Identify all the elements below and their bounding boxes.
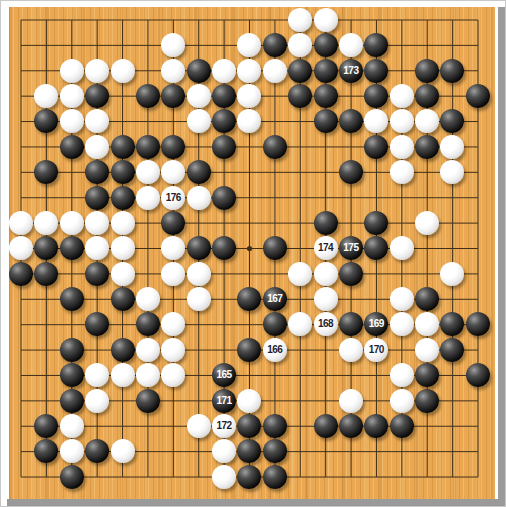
board-point[interactable] <box>313 109 338 134</box>
board-point[interactable]: 173 <box>338 58 363 83</box>
white-stone[interactable] <box>237 84 261 108</box>
black-stone[interactable] <box>466 84 490 108</box>
white-stone[interactable] <box>440 135 464 159</box>
black-stone[interactable] <box>34 439 58 463</box>
white-stone[interactable] <box>288 33 312 57</box>
white-stone[interactable] <box>111 262 135 286</box>
white-stone[interactable] <box>187 287 211 311</box>
black-stone[interactable] <box>60 389 84 413</box>
black-stone[interactable] <box>263 236 287 260</box>
board-point[interactable] <box>237 439 262 464</box>
black-stone[interactable] <box>440 312 464 336</box>
board-point[interactable] <box>211 185 236 210</box>
black-stone[interactable]: 173 <box>339 59 363 83</box>
board-point[interactable] <box>186 413 211 438</box>
white-stone[interactable] <box>161 59 185 83</box>
white-stone[interactable] <box>136 160 160 184</box>
white-stone[interactable] <box>187 109 211 133</box>
white-stone[interactable] <box>111 211 135 235</box>
board-point[interactable] <box>440 134 465 159</box>
white-stone[interactable] <box>85 389 109 413</box>
black-stone[interactable] <box>111 186 135 210</box>
board-point[interactable] <box>237 337 262 362</box>
black-stone[interactable] <box>85 160 109 184</box>
white-stone[interactable] <box>136 338 160 362</box>
board-point[interactable] <box>338 109 363 134</box>
black-stone[interactable] <box>237 414 261 438</box>
board-point[interactable] <box>84 312 109 337</box>
board-point[interactable] <box>186 261 211 286</box>
board-point[interactable] <box>59 58 84 83</box>
white-stone[interactable] <box>339 338 363 362</box>
black-stone[interactable] <box>288 59 312 83</box>
black-stone[interactable] <box>415 363 439 387</box>
white-stone[interactable] <box>60 84 84 108</box>
board-point[interactable] <box>84 83 109 108</box>
board-point[interactable] <box>287 312 312 337</box>
board-point[interactable]: 167 <box>262 286 287 311</box>
board-point[interactable] <box>338 413 363 438</box>
white-stone[interactable] <box>390 287 414 311</box>
board-point[interactable] <box>237 33 262 58</box>
white-stone[interactable] <box>212 59 236 83</box>
white-stone[interactable]: 176 <box>161 186 185 210</box>
board-point[interactable]: 174 <box>313 236 338 261</box>
white-stone[interactable] <box>34 84 58 108</box>
white-stone[interactable] <box>161 236 185 260</box>
board-point[interactable] <box>287 7 312 32</box>
board-point[interactable] <box>313 7 338 32</box>
white-stone[interactable] <box>85 135 109 159</box>
board-point[interactable] <box>287 58 312 83</box>
black-stone[interactable] <box>415 84 439 108</box>
board-point[interactable] <box>34 83 59 108</box>
board-point[interactable] <box>313 58 338 83</box>
black-stone[interactable] <box>85 439 109 463</box>
board-point[interactable] <box>287 33 312 58</box>
black-stone[interactable] <box>314 59 338 83</box>
board-point[interactable] <box>389 312 414 337</box>
white-stone[interactable] <box>111 363 135 387</box>
board-point[interactable] <box>110 261 135 286</box>
board-point[interactable] <box>135 286 160 311</box>
black-stone[interactable] <box>85 186 109 210</box>
board-point[interactable] <box>211 439 236 464</box>
black-stone[interactable] <box>60 287 84 311</box>
board-point[interactable] <box>237 388 262 413</box>
black-stone[interactable] <box>339 160 363 184</box>
board-point[interactable] <box>186 160 211 185</box>
board-point[interactable] <box>364 236 389 261</box>
black-stone[interactable] <box>187 160 211 184</box>
board-point[interactable] <box>211 464 236 489</box>
black-stone[interactable] <box>237 465 261 489</box>
board-point[interactable] <box>364 109 389 134</box>
white-stone[interactable] <box>60 414 84 438</box>
board-grid[interactable]: 173176174175167168169166170165171172 <box>8 7 490 489</box>
black-stone[interactable] <box>237 338 261 362</box>
board-point[interactable] <box>313 83 338 108</box>
black-stone[interactable] <box>364 59 388 83</box>
board-point[interactable] <box>262 413 287 438</box>
black-stone[interactable] <box>237 287 261 311</box>
white-stone[interactable] <box>314 287 338 311</box>
board-point[interactable] <box>389 413 414 438</box>
board-point[interactable] <box>287 261 312 286</box>
board-point[interactable] <box>338 337 363 362</box>
black-stone[interactable] <box>60 465 84 489</box>
board-point[interactable] <box>84 363 109 388</box>
board-point[interactable] <box>440 160 465 185</box>
black-stone[interactable] <box>314 33 338 57</box>
board-point[interactable]: 170 <box>364 337 389 362</box>
white-stone[interactable] <box>440 160 464 184</box>
black-stone[interactable] <box>364 84 388 108</box>
board-point[interactable] <box>414 312 439 337</box>
white-stone[interactable] <box>339 33 363 57</box>
board-point[interactable] <box>110 210 135 235</box>
board-point[interactable] <box>161 337 186 362</box>
white-stone[interactable] <box>288 312 312 336</box>
white-stone[interactable] <box>60 59 84 83</box>
white-stone[interactable]: 166 <box>263 338 287 362</box>
white-stone[interactable] <box>85 363 109 387</box>
black-stone[interactable] <box>440 109 464 133</box>
board-point[interactable] <box>161 261 186 286</box>
board-point[interactable] <box>414 58 439 83</box>
board-point[interactable] <box>237 464 262 489</box>
board-point[interactable] <box>161 312 186 337</box>
board-point[interactable] <box>84 109 109 134</box>
board-point[interactable] <box>465 363 490 388</box>
board-point[interactable] <box>262 236 287 261</box>
black-stone[interactable]: 165 <box>212 363 236 387</box>
black-stone[interactable]: 171 <box>212 389 236 413</box>
white-stone[interactable] <box>212 465 236 489</box>
board-point[interactable] <box>237 286 262 311</box>
black-stone[interactable] <box>314 109 338 133</box>
black-stone[interactable] <box>314 84 338 108</box>
white-stone[interactable] <box>415 312 439 336</box>
white-stone[interactable] <box>9 236 33 260</box>
board-point[interactable] <box>84 236 109 261</box>
board-point[interactable] <box>287 83 312 108</box>
black-stone[interactable] <box>85 84 109 108</box>
black-stone[interactable] <box>314 211 338 235</box>
board-point[interactable] <box>59 286 84 311</box>
board-point[interactable] <box>135 134 160 159</box>
board-point[interactable] <box>389 388 414 413</box>
board-point[interactable] <box>186 185 211 210</box>
board-point[interactable]: 166 <box>262 337 287 362</box>
black-stone[interactable] <box>212 135 236 159</box>
black-stone[interactable] <box>390 414 414 438</box>
board-point[interactable] <box>59 134 84 159</box>
white-stone[interactable] <box>111 236 135 260</box>
board-point[interactable]: 175 <box>338 236 363 261</box>
black-stone[interactable] <box>339 109 363 133</box>
board-point[interactable] <box>34 413 59 438</box>
board-point[interactable] <box>8 236 33 261</box>
white-stone[interactable] <box>390 84 414 108</box>
board-point[interactable] <box>262 33 287 58</box>
board-point[interactable] <box>135 160 160 185</box>
board-point[interactable]: 172 <box>211 413 236 438</box>
board-point[interactable] <box>364 413 389 438</box>
board-point[interactable] <box>161 210 186 235</box>
board-point[interactable] <box>186 286 211 311</box>
board-point[interactable] <box>440 312 465 337</box>
board-point[interactable] <box>338 388 363 413</box>
board-point[interactable] <box>161 33 186 58</box>
black-stone[interactable] <box>136 389 160 413</box>
black-stone[interactable] <box>364 414 388 438</box>
white-stone[interactable] <box>136 287 160 311</box>
board-point[interactable] <box>465 312 490 337</box>
board-point[interactable] <box>262 464 287 489</box>
black-stone[interactable] <box>9 262 33 286</box>
board-point[interactable] <box>313 413 338 438</box>
board-point[interactable] <box>84 185 109 210</box>
board-point[interactable] <box>414 210 439 235</box>
board-point[interactable] <box>186 83 211 108</box>
white-stone[interactable] <box>161 338 185 362</box>
black-stone[interactable] <box>34 262 58 286</box>
board-point[interactable] <box>110 439 135 464</box>
board-point[interactable] <box>186 236 211 261</box>
board-point[interactable] <box>34 109 59 134</box>
black-stone[interactable] <box>212 84 236 108</box>
board-point[interactable] <box>110 160 135 185</box>
board-point[interactable]: 176 <box>161 185 186 210</box>
board-point[interactable] <box>414 286 439 311</box>
white-stone[interactable] <box>187 186 211 210</box>
board-point[interactable] <box>84 261 109 286</box>
board-point[interactable] <box>338 261 363 286</box>
board-point[interactable] <box>364 83 389 108</box>
black-stone[interactable]: 175 <box>339 236 363 260</box>
board-point[interactable] <box>389 83 414 108</box>
board-point[interactable]: 168 <box>313 312 338 337</box>
black-stone[interactable] <box>364 33 388 57</box>
white-stone[interactable] <box>187 414 211 438</box>
black-stone[interactable] <box>161 135 185 159</box>
board-point[interactable] <box>364 58 389 83</box>
black-stone[interactable] <box>212 109 236 133</box>
board-point[interactable] <box>59 464 84 489</box>
board-point[interactable] <box>59 439 84 464</box>
white-stone[interactable] <box>187 84 211 108</box>
board-point[interactable] <box>34 261 59 286</box>
white-stone[interactable] <box>136 363 160 387</box>
black-stone[interactable] <box>85 312 109 336</box>
white-stone[interactable] <box>415 338 439 362</box>
board-point[interactable] <box>389 160 414 185</box>
white-stone[interactable] <box>288 262 312 286</box>
board-point[interactable] <box>211 109 236 134</box>
white-stone[interactable]: 170 <box>364 338 388 362</box>
white-stone[interactable] <box>237 389 261 413</box>
board-point[interactable] <box>186 58 211 83</box>
board-point[interactable] <box>389 109 414 134</box>
board-point[interactable] <box>34 236 59 261</box>
board-point[interactable] <box>389 134 414 159</box>
board-point[interactable] <box>364 210 389 235</box>
white-stone[interactable] <box>212 439 236 463</box>
board-point[interactable] <box>414 363 439 388</box>
black-stone[interactable] <box>339 312 363 336</box>
black-stone[interactable] <box>364 135 388 159</box>
white-stone[interactable] <box>390 109 414 133</box>
board-point[interactable] <box>84 134 109 159</box>
board-point[interactable] <box>34 439 59 464</box>
board-point[interactable] <box>110 185 135 210</box>
board-point[interactable] <box>440 109 465 134</box>
board-point[interactable] <box>186 109 211 134</box>
white-stone[interactable] <box>415 109 439 133</box>
board-point[interactable] <box>110 58 135 83</box>
black-stone[interactable] <box>34 109 58 133</box>
board-point[interactable] <box>313 210 338 235</box>
white-stone[interactable] <box>237 59 261 83</box>
white-stone[interactable] <box>161 160 185 184</box>
board-point[interactable] <box>110 134 135 159</box>
white-stone[interactable] <box>390 236 414 260</box>
board-point[interactable] <box>59 413 84 438</box>
black-stone[interactable] <box>136 84 160 108</box>
board-point[interactable] <box>440 261 465 286</box>
board-point[interactable] <box>237 83 262 108</box>
black-stone[interactable] <box>212 186 236 210</box>
board-point[interactable] <box>135 185 160 210</box>
white-stone[interactable] <box>314 8 338 32</box>
board-point[interactable] <box>84 210 109 235</box>
white-stone[interactable] <box>263 59 287 83</box>
white-stone[interactable] <box>390 363 414 387</box>
black-stone[interactable] <box>60 363 84 387</box>
white-stone[interactable] <box>161 262 185 286</box>
board-point[interactable] <box>414 134 439 159</box>
white-stone[interactable]: 174 <box>314 236 338 260</box>
white-stone[interactable] <box>237 109 261 133</box>
black-stone[interactable] <box>136 135 160 159</box>
white-stone[interactable] <box>440 262 464 286</box>
board-point[interactable] <box>211 83 236 108</box>
black-stone[interactable] <box>111 135 135 159</box>
black-stone[interactable] <box>339 414 363 438</box>
board-point[interactable] <box>8 210 33 235</box>
board-point[interactable] <box>313 261 338 286</box>
board-point[interactable] <box>135 83 160 108</box>
go-board[interactable]: 173176174175167168169166170165171172 <box>9 7 495 499</box>
board-point[interactable] <box>161 363 186 388</box>
white-stone[interactable] <box>364 109 388 133</box>
board-point[interactable] <box>389 363 414 388</box>
white-stone[interactable] <box>136 186 160 210</box>
board-point[interactable] <box>161 134 186 159</box>
black-stone[interactable] <box>314 414 338 438</box>
white-stone[interactable] <box>60 439 84 463</box>
board-point[interactable] <box>414 388 439 413</box>
white-stone[interactable] <box>390 389 414 413</box>
board-point[interactable] <box>414 337 439 362</box>
black-stone[interactable]: 167 <box>263 287 287 311</box>
board-point[interactable] <box>237 109 262 134</box>
board-point[interactable] <box>161 58 186 83</box>
black-stone[interactable] <box>111 160 135 184</box>
board-point[interactable] <box>135 363 160 388</box>
board-point[interactable] <box>338 33 363 58</box>
board-point[interactable] <box>135 312 160 337</box>
black-stone[interactable] <box>415 59 439 83</box>
board-point[interactable] <box>338 160 363 185</box>
white-stone[interactable] <box>60 109 84 133</box>
black-stone[interactable] <box>60 338 84 362</box>
white-stone[interactable]: 172 <box>212 414 236 438</box>
white-stone[interactable] <box>415 211 439 235</box>
white-stone[interactable] <box>161 33 185 57</box>
black-stone[interactable] <box>136 312 160 336</box>
black-stone[interactable] <box>187 59 211 83</box>
board-point[interactable] <box>262 439 287 464</box>
board-point[interactable] <box>110 363 135 388</box>
black-stone[interactable] <box>466 363 490 387</box>
black-stone[interactable] <box>288 84 312 108</box>
board-point[interactable] <box>364 33 389 58</box>
black-stone[interactable] <box>415 287 439 311</box>
board-point[interactable] <box>389 286 414 311</box>
black-stone[interactable] <box>440 338 464 362</box>
black-stone[interactable] <box>440 59 464 83</box>
white-stone[interactable] <box>390 312 414 336</box>
board-point[interactable] <box>211 134 236 159</box>
black-stone[interactable] <box>415 135 439 159</box>
board-point[interactable] <box>110 236 135 261</box>
board-point[interactable] <box>440 58 465 83</box>
black-stone[interactable] <box>263 33 287 57</box>
black-stone[interactable] <box>187 236 211 260</box>
board-point[interactable] <box>59 83 84 108</box>
white-stone[interactable] <box>111 439 135 463</box>
board-point[interactable] <box>34 210 59 235</box>
black-stone[interactable] <box>34 160 58 184</box>
white-stone[interactable] <box>314 262 338 286</box>
board-point[interactable] <box>110 286 135 311</box>
board-point[interactable] <box>59 388 84 413</box>
board-point[interactable]: 169 <box>364 312 389 337</box>
board-point[interactable] <box>59 363 84 388</box>
white-stone[interactable] <box>161 312 185 336</box>
white-stone[interactable] <box>9 211 33 235</box>
board-point[interactable]: 171 <box>211 388 236 413</box>
black-stone[interactable] <box>85 262 109 286</box>
black-stone[interactable] <box>415 389 439 413</box>
black-stone[interactable] <box>111 287 135 311</box>
board-point[interactable] <box>364 134 389 159</box>
board-point[interactable] <box>237 58 262 83</box>
black-stone[interactable] <box>364 211 388 235</box>
black-stone[interactable] <box>339 262 363 286</box>
board-point[interactable] <box>161 83 186 108</box>
black-stone[interactable] <box>161 211 185 235</box>
white-stone[interactable] <box>339 389 363 413</box>
board-point[interactable] <box>84 388 109 413</box>
black-stone[interactable] <box>237 439 261 463</box>
black-stone[interactable] <box>263 135 287 159</box>
white-stone[interactable] <box>161 363 185 387</box>
white-stone[interactable] <box>85 236 109 260</box>
black-stone[interactable] <box>34 414 58 438</box>
